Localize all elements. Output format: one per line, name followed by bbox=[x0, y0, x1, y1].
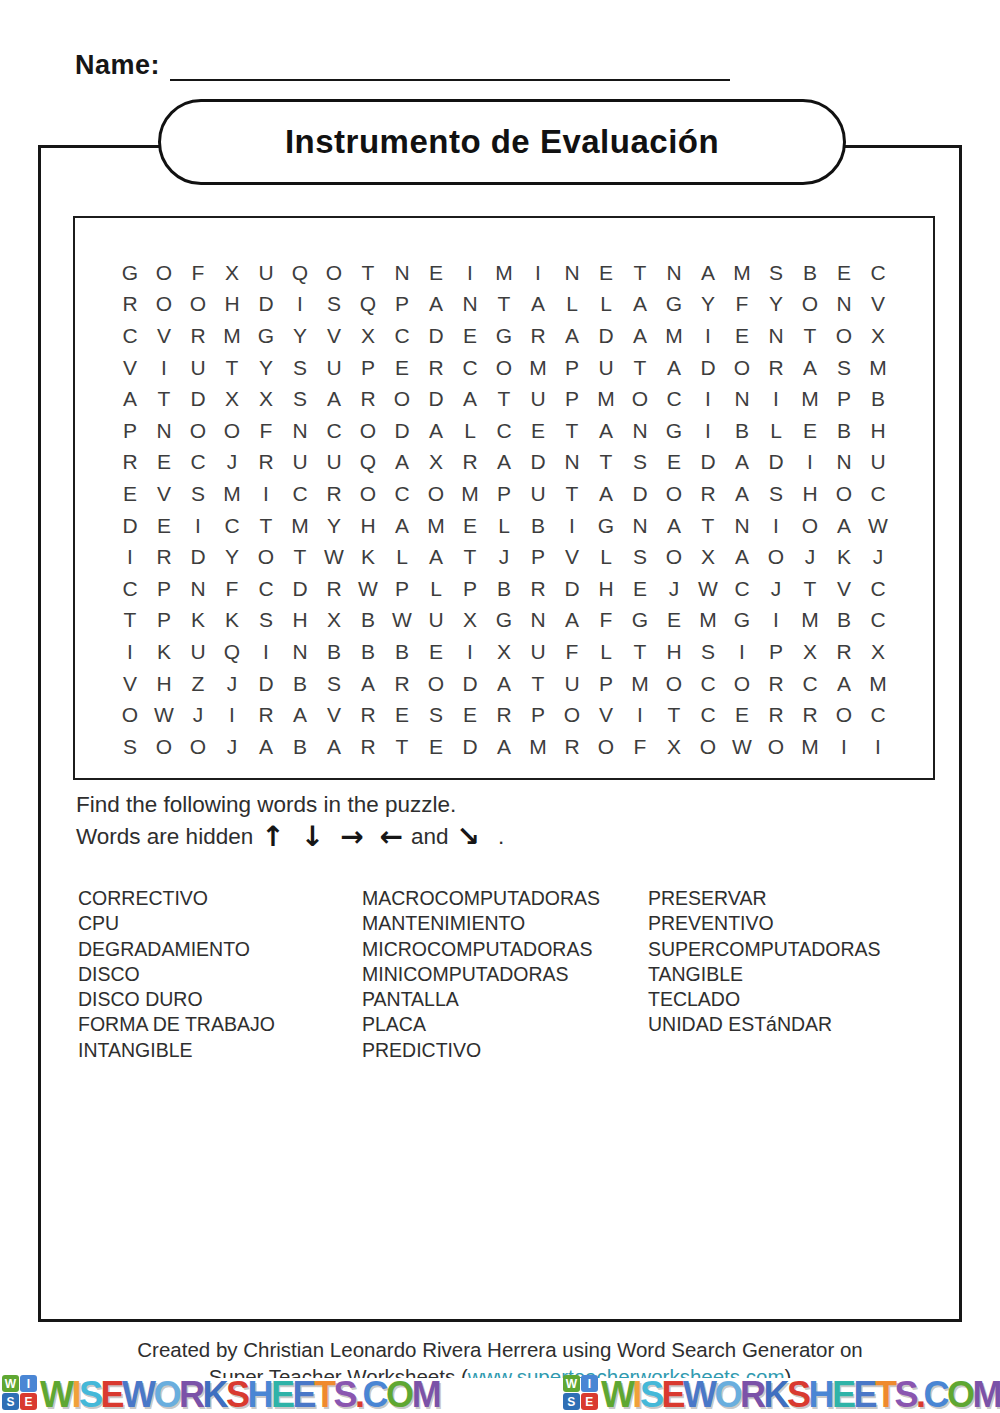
grid-cell: P bbox=[351, 352, 385, 384]
grid-cell: A bbox=[589, 478, 623, 510]
right-arrow-icon: → bbox=[340, 820, 363, 853]
grid-cell: T bbox=[623, 257, 657, 289]
watermark-letter: S bbox=[334, 1374, 356, 1413]
word-item: PANTALLA bbox=[362, 987, 648, 1012]
grid-cell: D bbox=[453, 668, 487, 700]
grid-cell: H bbox=[283, 605, 317, 637]
watermark-letter: E bbox=[661, 1374, 683, 1413]
watermark-text: WISEWORKSHEETS.COM bbox=[40, 1377, 439, 1413]
grid-cell: F bbox=[215, 573, 249, 605]
grid-cell: O bbox=[759, 731, 793, 763]
grid-cell: L bbox=[589, 541, 623, 573]
watermark-letter: M bbox=[412, 1374, 440, 1413]
grid-cell: A bbox=[419, 415, 453, 447]
grid-cell: W bbox=[351, 573, 385, 605]
grid-cell: T bbox=[249, 510, 283, 542]
word-list: CORRECTIVOCPUDEGRADAMIENTODISCODISCO DUR… bbox=[78, 886, 928, 1063]
grid-cell: J bbox=[759, 573, 793, 605]
grid-cell: U bbox=[521, 636, 555, 668]
grid-cell: J bbox=[657, 573, 691, 605]
grid-cell: B bbox=[827, 415, 861, 447]
grid-cell: G bbox=[657, 415, 691, 447]
word-item: DISCO DURO bbox=[78, 987, 362, 1012]
grid-cell: B bbox=[827, 605, 861, 637]
grid-cell: L bbox=[589, 636, 623, 668]
grid-cell: P bbox=[827, 383, 861, 415]
grid-cell: X bbox=[691, 541, 725, 573]
grid-cell: I bbox=[691, 383, 725, 415]
grid-cell: O bbox=[147, 731, 181, 763]
grid-cell: G bbox=[113, 257, 147, 289]
watermark-letter: E bbox=[271, 1374, 293, 1413]
grid-cell: P bbox=[147, 605, 181, 637]
grid-cell: T bbox=[555, 478, 589, 510]
watermark-letter: W bbox=[40, 1374, 71, 1413]
grid-cell: W bbox=[861, 510, 895, 542]
grid-cell: C bbox=[725, 573, 759, 605]
grid-cell: D bbox=[385, 415, 419, 447]
grid-cell: D bbox=[249, 289, 283, 321]
grid-cell: E bbox=[147, 510, 181, 542]
grid-cell: D bbox=[283, 573, 317, 605]
grid-cell: B bbox=[793, 257, 827, 289]
grid-cell: S bbox=[759, 478, 793, 510]
grid-cell: C bbox=[283, 478, 317, 510]
grid-cell: B bbox=[317, 636, 351, 668]
grid-cell: T bbox=[623, 352, 657, 384]
grid-cell: N bbox=[555, 447, 589, 479]
grid-cell: D bbox=[691, 352, 725, 384]
grid-cell: I bbox=[725, 636, 759, 668]
grid-cell: P bbox=[385, 289, 419, 321]
grid-cell: O bbox=[215, 415, 249, 447]
credit-line1: Created by Christian Leonardo Rivera Her… bbox=[0, 1338, 1000, 1362]
grid-cell: A bbox=[827, 668, 861, 700]
grid-cell: S bbox=[181, 478, 215, 510]
watermark-letter: S bbox=[640, 1374, 662, 1413]
grid-cell: C bbox=[249, 573, 283, 605]
name-blank-line[interactable] bbox=[170, 52, 730, 81]
grid-cell: A bbox=[521, 289, 555, 321]
grid-cell: M bbox=[861, 668, 895, 700]
grid-cell: R bbox=[181, 320, 215, 352]
instructions-line1: Find the following words in the puzzle. bbox=[76, 792, 504, 818]
grid-cell: O bbox=[657, 541, 691, 573]
grid-cell: T bbox=[351, 257, 385, 289]
grid-cell: C bbox=[385, 478, 419, 510]
grid-cell: A bbox=[283, 699, 317, 731]
grid-cell: E bbox=[725, 699, 759, 731]
grid-cell: X bbox=[861, 320, 895, 352]
grid-cell: D bbox=[759, 447, 793, 479]
name-row: Name: bbox=[75, 50, 730, 81]
grid-cell: M bbox=[691, 605, 725, 637]
grid-cell: S bbox=[419, 699, 453, 731]
grid-cell: I bbox=[283, 289, 317, 321]
grid-cell: I bbox=[113, 636, 147, 668]
grid-cell: R bbox=[317, 478, 351, 510]
watermark-letter: S bbox=[787, 1374, 809, 1413]
grid-cell: I bbox=[453, 636, 487, 668]
grid-cell: O bbox=[181, 289, 215, 321]
grid-cell: T bbox=[589, 447, 623, 479]
grid-cell: O bbox=[623, 383, 657, 415]
watermark-letter: O bbox=[386, 1374, 412, 1413]
grid-cell: M bbox=[283, 510, 317, 542]
grid-cell: S bbox=[691, 636, 725, 668]
watermark-letter: R bbox=[179, 1374, 203, 1413]
grid-cell: P bbox=[521, 541, 555, 573]
word-item: PREVENTIVO bbox=[648, 911, 928, 936]
grid-cell: E bbox=[521, 415, 555, 447]
word-list-column: CORRECTIVOCPUDEGRADAMIENTODISCODISCO DUR… bbox=[78, 886, 362, 1063]
grid-cell: C bbox=[181, 447, 215, 479]
word-item: PLACA bbox=[362, 1012, 648, 1037]
grid-cell: P bbox=[385, 573, 419, 605]
grid-cell: P bbox=[589, 668, 623, 700]
grid-cell: A bbox=[657, 352, 691, 384]
grid-cell: I bbox=[249, 478, 283, 510]
grid-cell: N bbox=[657, 257, 691, 289]
grid-cell: C bbox=[113, 320, 147, 352]
grid-cell: C bbox=[793, 668, 827, 700]
grid-cell: N bbox=[827, 289, 861, 321]
grid-cell: C bbox=[385, 320, 419, 352]
down-arrow-icon: ↓ bbox=[301, 820, 324, 853]
watermark-letter: R bbox=[740, 1374, 764, 1413]
grid-cell: R bbox=[555, 731, 589, 763]
grid-cell: V bbox=[317, 320, 351, 352]
watermark-letter: W bbox=[683, 1374, 714, 1413]
grid-cell: P bbox=[487, 478, 521, 510]
word-item: CPU bbox=[78, 911, 362, 936]
grid-cell: E bbox=[589, 257, 623, 289]
watermark-letter: C bbox=[923, 1374, 947, 1413]
grid-cell: F bbox=[249, 415, 283, 447]
grid-cell: V bbox=[861, 289, 895, 321]
grid-cell: I bbox=[691, 320, 725, 352]
grid-cell: B bbox=[487, 573, 521, 605]
watermark-letter: E bbox=[101, 1374, 123, 1413]
instructions-line2: Words are hidden ↑ ↓ → ← and ↘ . bbox=[76, 820, 504, 853]
grid-cell: V bbox=[589, 699, 623, 731]
grid-cell: G bbox=[249, 320, 283, 352]
grid-cell: K bbox=[827, 541, 861, 573]
grid-cell: S bbox=[827, 352, 861, 384]
grid-cell: X bbox=[453, 605, 487, 637]
watermark-letter: E bbox=[853, 1374, 875, 1413]
grid-cell: L bbox=[453, 415, 487, 447]
watermark-letter: T bbox=[314, 1374, 334, 1413]
grid-cell: A bbox=[351, 668, 385, 700]
grid-cell: I bbox=[249, 636, 283, 668]
grid-cell: B bbox=[385, 636, 419, 668]
grid-cell: E bbox=[453, 699, 487, 731]
grid-cell: D bbox=[181, 541, 215, 573]
grid-cell: F bbox=[589, 605, 623, 637]
grid-cell: E bbox=[453, 510, 487, 542]
grid-cell: J bbox=[487, 541, 521, 573]
grid-cell: T bbox=[385, 731, 419, 763]
grid-cell: M bbox=[419, 510, 453, 542]
grid-cell: E bbox=[147, 447, 181, 479]
grid-cell: U bbox=[249, 257, 283, 289]
title-banner: Instrumento de Evaluación bbox=[158, 99, 846, 185]
grid-cell: T bbox=[283, 541, 317, 573]
grid-cell: N bbox=[283, 636, 317, 668]
grid-cell: G bbox=[589, 510, 623, 542]
grid-cell: S bbox=[317, 668, 351, 700]
word-item: TANGIBLE bbox=[648, 962, 928, 987]
watermark-letter: . bbox=[355, 1374, 363, 1413]
grid-cell: V bbox=[317, 699, 351, 731]
grid-cell: N bbox=[283, 415, 317, 447]
grid-cell: Q bbox=[283, 257, 317, 289]
grid-cell: W bbox=[691, 573, 725, 605]
grid-cell: V bbox=[113, 668, 147, 700]
word-item: MICROCOMPUTADORAS bbox=[362, 937, 648, 962]
grid-cell: I bbox=[827, 731, 861, 763]
logo-tile: S bbox=[563, 1393, 580, 1410]
grid-cell: T bbox=[453, 541, 487, 573]
grid-cell: M bbox=[861, 352, 895, 384]
grid-cell: I bbox=[623, 699, 657, 731]
grid-cell: B bbox=[351, 605, 385, 637]
grid-cell: O bbox=[419, 478, 453, 510]
grid-cell: H bbox=[147, 668, 181, 700]
grid-cell: I bbox=[793, 447, 827, 479]
grid-cell: S bbox=[623, 541, 657, 573]
grid-cell: C bbox=[861, 699, 895, 731]
watermark-letter: O bbox=[154, 1374, 180, 1413]
watermark-text: WISEWORKSHEETS.COM bbox=[601, 1377, 1000, 1413]
grid-cell: N bbox=[725, 510, 759, 542]
word-item: MACROCOMPUTADORAS bbox=[362, 886, 648, 911]
grid-cell: A bbox=[419, 541, 453, 573]
grid-cell: E bbox=[793, 415, 827, 447]
grid-cell: U bbox=[283, 447, 317, 479]
grid-cell: X bbox=[215, 257, 249, 289]
grid-cell: Y bbox=[317, 510, 351, 542]
grid-cell: A bbox=[827, 510, 861, 542]
grid-cell: R bbox=[385, 668, 419, 700]
grid-cell: O bbox=[827, 320, 861, 352]
puzzle-box: GOFXUQOTNEIMINETNAMSBECROOHDISQPANTALLAG… bbox=[73, 216, 935, 780]
grid-cell: J bbox=[215, 668, 249, 700]
grid-cell: O bbox=[419, 668, 453, 700]
grid-cell: V bbox=[147, 320, 181, 352]
grid-cell: B bbox=[351, 636, 385, 668]
logo-tile: I bbox=[20, 1375, 37, 1392]
grid-cell: O bbox=[181, 415, 215, 447]
word-item: PREDICTIVO bbox=[362, 1038, 648, 1063]
watermark-letter: K bbox=[763, 1374, 787, 1413]
grid-cell: S bbox=[317, 289, 351, 321]
grid-cell: O bbox=[317, 257, 351, 289]
watermark-unit: WISEWISEWORKSHEETS.COM bbox=[561, 1375, 1000, 1413]
grid-cell: U bbox=[589, 352, 623, 384]
grid-cell: M bbox=[487, 257, 521, 289]
grid-cell: D bbox=[453, 731, 487, 763]
watermark-letter: I bbox=[632, 1374, 640, 1413]
grid-cell: O bbox=[351, 478, 385, 510]
grid-cell: E bbox=[385, 699, 419, 731]
grid-cell: X bbox=[351, 320, 385, 352]
watermark-letter: K bbox=[203, 1374, 227, 1413]
grid-cell: L bbox=[589, 289, 623, 321]
watermark-letter: W bbox=[601, 1374, 632, 1413]
grid-cell: R bbox=[759, 668, 793, 700]
grid-cell: I bbox=[453, 257, 487, 289]
grid-cell: K bbox=[351, 541, 385, 573]
grid-cell: A bbox=[487, 668, 521, 700]
grid-cell: T bbox=[623, 636, 657, 668]
grid-cell: M bbox=[521, 731, 555, 763]
grid-cell: M bbox=[793, 731, 827, 763]
watermark-letter: H bbox=[248, 1374, 272, 1413]
grid-cell: C bbox=[861, 478, 895, 510]
grid-cell: L bbox=[487, 510, 521, 542]
grid-cell: A bbox=[385, 510, 419, 542]
grid-cell: C bbox=[317, 415, 351, 447]
grid-cell: E bbox=[419, 636, 453, 668]
grid-cell: T bbox=[657, 699, 691, 731]
grid-cell: M bbox=[589, 383, 623, 415]
grid-cell: D bbox=[521, 447, 555, 479]
logo-tile: E bbox=[581, 1393, 598, 1410]
grid-cell: E bbox=[113, 478, 147, 510]
grid-cell: E bbox=[623, 573, 657, 605]
grid-cell: Z bbox=[181, 668, 215, 700]
watermark-banner: WISEWISEWORKSHEETS.COMWISEWISEWORKSHEETS… bbox=[0, 1370, 1000, 1413]
word-item: FORMA DE TRABAJO bbox=[78, 1012, 362, 1037]
grid-cell: B bbox=[283, 731, 317, 763]
grid-cell: D bbox=[419, 383, 453, 415]
grid-cell: T bbox=[793, 320, 827, 352]
grid-cell: R bbox=[317, 573, 351, 605]
grid-cell: I bbox=[181, 510, 215, 542]
grid-cell: R bbox=[827, 636, 861, 668]
word-item: PRESERVAR bbox=[648, 886, 928, 911]
grid-cell: T bbox=[215, 352, 249, 384]
grid-cell: M bbox=[521, 352, 555, 384]
grid-cell: A bbox=[589, 415, 623, 447]
grid-cell: H bbox=[861, 415, 895, 447]
word-list-column: PRESERVARPREVENTIVOSUPERCOMPUTADORASTANG… bbox=[648, 886, 928, 1063]
grid-cell: Y bbox=[215, 541, 249, 573]
grid-cell: R bbox=[113, 289, 147, 321]
grid-cell: T bbox=[113, 605, 147, 637]
grid-cell: Y bbox=[283, 320, 317, 352]
grid-cell: F bbox=[555, 636, 589, 668]
word-item: DISCO bbox=[78, 962, 362, 987]
grid-cell: X bbox=[861, 636, 895, 668]
grid-cell: T bbox=[521, 668, 555, 700]
grid-cell: O bbox=[487, 352, 521, 384]
grid-cell: P bbox=[453, 573, 487, 605]
watermark-letter: S bbox=[79, 1374, 101, 1413]
grid-cell: Y bbox=[249, 352, 283, 384]
grid-cell: I bbox=[691, 415, 725, 447]
grid-cell: O bbox=[725, 668, 759, 700]
grid-cell: C bbox=[657, 383, 691, 415]
grid-cell: S bbox=[759, 257, 793, 289]
grid-cell: E bbox=[385, 352, 419, 384]
grid-cell: B bbox=[283, 668, 317, 700]
word-item: MANTENIMIENTO bbox=[362, 911, 648, 936]
grid-cell: O bbox=[385, 383, 419, 415]
grid-cell: U bbox=[181, 636, 215, 668]
grid-cell: X bbox=[419, 447, 453, 479]
grid-cell: Y bbox=[759, 289, 793, 321]
grid-cell: O bbox=[759, 541, 793, 573]
grid-cell: E bbox=[725, 320, 759, 352]
grid-cell: A bbox=[385, 447, 419, 479]
grid-cell: N bbox=[827, 447, 861, 479]
up-arrow-icon: ↑ bbox=[261, 820, 284, 853]
grid-cell: P bbox=[555, 383, 589, 415]
watermark-letter: W bbox=[122, 1374, 153, 1413]
grid-cell: R bbox=[249, 447, 283, 479]
grid-cell: M bbox=[793, 605, 827, 637]
grid-cell: A bbox=[487, 447, 521, 479]
grid-cell: N bbox=[725, 383, 759, 415]
grid-cell: W bbox=[725, 731, 759, 763]
grid-cell: I bbox=[521, 257, 555, 289]
grid-cell: E bbox=[657, 605, 691, 637]
grid-cell: A bbox=[487, 731, 521, 763]
grid-cell: O bbox=[793, 289, 827, 321]
watermark-letter: S bbox=[894, 1374, 916, 1413]
grid-cell: A bbox=[725, 478, 759, 510]
grid-cell: G bbox=[487, 605, 521, 637]
logo-tile: S bbox=[2, 1393, 19, 1410]
grid-cell: O bbox=[827, 699, 861, 731]
watermark-letter: M bbox=[973, 1374, 1000, 1413]
grid-cell: I bbox=[759, 383, 793, 415]
watermark-letter: H bbox=[808, 1374, 832, 1413]
grid-cell: A bbox=[657, 510, 691, 542]
grid-cell: C bbox=[861, 573, 895, 605]
page-title: Instrumento de Evaluación bbox=[285, 123, 719, 161]
grid-cell: P bbox=[759, 636, 793, 668]
grid-cell: R bbox=[759, 352, 793, 384]
grid-cell: O bbox=[181, 731, 215, 763]
wiseworksheets-logo-icon: WISE bbox=[2, 1375, 37, 1410]
grid-cell: C bbox=[691, 699, 725, 731]
grid-cell: S bbox=[283, 383, 317, 415]
grid-cell: I bbox=[759, 510, 793, 542]
grid-cell: T bbox=[487, 383, 521, 415]
grid-cell: V bbox=[147, 478, 181, 510]
grid-cell: T bbox=[555, 415, 589, 447]
grid-cell: Y bbox=[691, 289, 725, 321]
watermark-letter: E bbox=[832, 1374, 854, 1413]
word-item: DEGRADAMIENTO bbox=[78, 937, 362, 962]
grid-cell: A bbox=[725, 541, 759, 573]
grid-cell: X bbox=[487, 636, 521, 668]
word-item: CORRECTIVO bbox=[78, 886, 362, 911]
grid-cell: L bbox=[555, 289, 589, 321]
grid-cell: C bbox=[861, 257, 895, 289]
grid-cell: A bbox=[725, 447, 759, 479]
watermark-letter: I bbox=[71, 1374, 79, 1413]
grid-cell: F bbox=[623, 731, 657, 763]
grid-cell: J bbox=[215, 447, 249, 479]
diagonal-arrow-icon: ↘ bbox=[457, 820, 480, 853]
grid-cell: Q bbox=[215, 636, 249, 668]
grid-cell: P bbox=[555, 352, 589, 384]
